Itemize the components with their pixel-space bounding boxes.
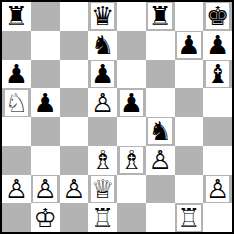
square-h2[interactable]: ♙ xyxy=(203,175,232,204)
piece-white-pawn: ♙ xyxy=(206,176,229,202)
piece-black-knight: ♞ xyxy=(91,32,114,58)
square-c3[interactable] xyxy=(60,146,89,175)
square-a7[interactable] xyxy=(2,31,31,60)
square-b4[interactable] xyxy=(31,117,60,146)
square-h3[interactable] xyxy=(203,146,232,175)
square-d7[interactable]: ♞ xyxy=(88,31,117,60)
square-a1[interactable] xyxy=(2,203,31,232)
piece-white-queen: ♕ xyxy=(91,176,114,202)
square-c2[interactable]: ♙ xyxy=(60,175,89,204)
square-f5[interactable] xyxy=(146,88,175,117)
square-h1[interactable] xyxy=(203,203,232,232)
piece-black-pawn: ♟ xyxy=(177,32,200,58)
square-e2[interactable] xyxy=(117,175,146,204)
square-f7[interactable] xyxy=(146,31,175,60)
square-g6[interactable] xyxy=(175,60,204,89)
square-f2[interactable] xyxy=(146,175,175,204)
piece-white-pawn: ♙ xyxy=(33,176,56,202)
square-d6[interactable]: ♟ xyxy=(88,60,117,89)
piece-white-king: ♔ xyxy=(33,205,56,231)
piece-black-pawn: ♟ xyxy=(120,90,143,116)
square-g1[interactable]: ♖ xyxy=(175,203,204,232)
square-c6[interactable] xyxy=(60,60,89,89)
square-a6[interactable]: ♟ xyxy=(2,60,31,89)
square-d8[interactable]: ♛ xyxy=(88,2,117,31)
square-c1[interactable] xyxy=(60,203,89,232)
square-c5[interactable] xyxy=(60,88,89,117)
square-d4[interactable] xyxy=(88,117,117,146)
square-g3[interactable] xyxy=(175,146,204,175)
square-g7[interactable]: ♟ xyxy=(175,31,204,60)
square-e5[interactable]: ♟ xyxy=(117,88,146,117)
square-d2[interactable]: ♕ xyxy=(88,175,117,204)
square-e7[interactable] xyxy=(117,31,146,60)
piece-white-rook: ♖ xyxy=(91,205,114,231)
square-e6[interactable] xyxy=(117,60,146,89)
square-f4[interactable]: ♞ xyxy=(146,117,175,146)
piece-white-pawn: ♙ xyxy=(5,176,28,202)
piece-black-pawn: ♟ xyxy=(5,61,28,87)
square-b5[interactable]: ♟ xyxy=(31,88,60,117)
square-b3[interactable] xyxy=(31,146,60,175)
piece-white-pawn: ♙ xyxy=(148,147,171,173)
square-a5[interactable]: ♘ xyxy=(2,88,31,117)
piece-black-bishop: ♝ xyxy=(206,61,229,87)
piece-white-bishop: ♗ xyxy=(91,147,114,173)
piece-white-pawn: ♙ xyxy=(62,176,85,202)
square-g5[interactable] xyxy=(175,88,204,117)
piece-black-knight: ♞ xyxy=(148,118,171,144)
square-b7[interactable] xyxy=(31,31,60,60)
square-h6[interactable]: ♝ xyxy=(203,60,232,89)
piece-black-pawn: ♟ xyxy=(91,61,114,87)
square-f8[interactable]: ♜ xyxy=(146,2,175,31)
piece-white-knight: ♘ xyxy=(5,90,28,116)
piece-black-pawn: ♟ xyxy=(206,32,229,58)
piece-white-pawn: ♙ xyxy=(91,90,114,116)
square-e4[interactable] xyxy=(117,117,146,146)
square-h5[interactable] xyxy=(203,88,232,117)
square-e1[interactable] xyxy=(117,203,146,232)
square-b1[interactable]: ♔ xyxy=(31,203,60,232)
square-a8[interactable]: ♜ xyxy=(2,2,31,31)
piece-black-rook: ♜ xyxy=(148,3,171,29)
piece-white-bishop: ♗ xyxy=(120,147,143,173)
square-f6[interactable] xyxy=(146,60,175,89)
square-e8[interactable] xyxy=(117,2,146,31)
square-f1[interactable] xyxy=(146,203,175,232)
piece-black-queen: ♛ xyxy=(91,3,114,29)
square-h8[interactable]: ♚ xyxy=(203,2,232,31)
square-e3[interactable]: ♗ xyxy=(117,146,146,175)
square-f3[interactable]: ♙ xyxy=(146,146,175,175)
square-g8[interactable] xyxy=(175,2,204,31)
square-b6[interactable] xyxy=(31,60,60,89)
piece-white-rook: ♖ xyxy=(177,205,200,231)
square-b8[interactable] xyxy=(31,2,60,31)
square-a4[interactable] xyxy=(2,117,31,146)
piece-black-rook: ♜ xyxy=(5,3,28,29)
square-d3[interactable]: ♗ xyxy=(88,146,117,175)
piece-black-pawn: ♟ xyxy=(33,90,56,116)
square-c7[interactable] xyxy=(60,31,89,60)
square-h4[interactable] xyxy=(203,117,232,146)
chess-board: ♜♛♜♚♞♟♟♟♟♝♘♟♙♟♞♗♗♙♙♙♙♕♙♔♖♖ xyxy=(0,0,234,234)
piece-black-king: ♚ xyxy=(206,3,229,29)
square-c8[interactable] xyxy=(60,2,89,31)
square-g4[interactable] xyxy=(175,117,204,146)
square-h7[interactable]: ♟ xyxy=(203,31,232,60)
square-d1[interactable]: ♖ xyxy=(88,203,117,232)
square-a2[interactable]: ♙ xyxy=(2,175,31,204)
square-a3[interactable] xyxy=(2,146,31,175)
square-d5[interactable]: ♙ xyxy=(88,88,117,117)
square-b2[interactable]: ♙ xyxy=(31,175,60,204)
square-g2[interactable] xyxy=(175,175,204,204)
square-c4[interactable] xyxy=(60,117,89,146)
